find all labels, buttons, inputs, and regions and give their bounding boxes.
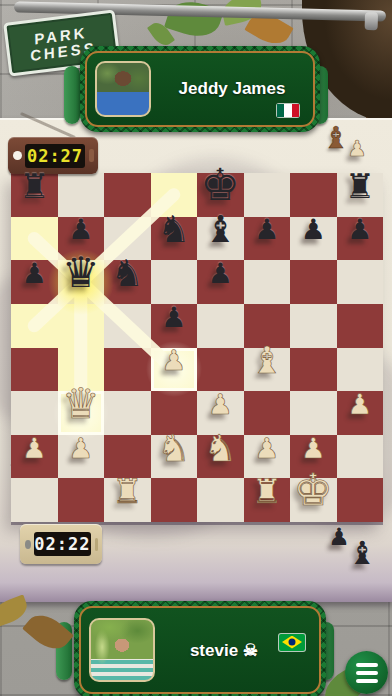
bottom-player-panel: stevie ☠ <box>79 606 321 694</box>
top-clock-time: 02:27 <box>27 146 83 166</box>
white-rook-f1[interactable]: ♜ <box>252 474 282 508</box>
square-e4[interactable] <box>197 348 244 392</box>
square-h2[interactable] <box>337 435 384 479</box>
bench-handle-left <box>64 66 80 124</box>
hamburger-icon <box>356 679 378 683</box>
captured-white-pawn: ♟ <box>347 138 367 160</box>
black-rook-h8[interactable]: ♜ <box>345 169 375 203</box>
bottom-player-avatar[interactable] <box>89 618 155 682</box>
white-pawn-a2[interactable]: ♟ <box>22 434 47 462</box>
black-rook-a8[interactable]: ♜ <box>19 169 49 203</box>
square-h5[interactable] <box>337 304 384 348</box>
flag-stripe <box>284 104 291 117</box>
square-b8[interactable] <box>58 173 105 217</box>
black-pawn-d5[interactable]: ♟ <box>161 303 186 331</box>
black-pawn-g7[interactable]: ♟ <box>301 216 326 244</box>
bottom-player-card[interactable]: stevie ☠ <box>74 601 326 696</box>
clock-lever <box>95 538 99 551</box>
chess-board[interactable]: ♜♚♜♟♞♝♟♟♟♟♛♞♟♟♟♝♛♟♟♟♟♞♞♟♟♜♜♚ <box>11 173 383 522</box>
black-pawn-b7[interactable]: ♟ <box>68 216 93 244</box>
hamburger-menu-button[interactable] <box>345 651 388 694</box>
square-h6[interactable] <box>337 260 384 304</box>
bottom-player-name: stevie ☠ <box>155 640 293 661</box>
mexico-flag-icon <box>277 104 299 117</box>
clock-screen: 02:22 <box>34 532 90 556</box>
white-pawn-g2[interactable]: ♟ <box>301 434 326 462</box>
square-c8[interactable] <box>104 173 151 217</box>
captured-white-bishop: ♝ <box>323 123 350 153</box>
square-c5[interactable] <box>104 304 151 348</box>
black-king-e8[interactable]: ♚ <box>201 163 240 207</box>
square-g8[interactable] <box>290 173 337 217</box>
flag-stripe <box>292 104 299 117</box>
square-h1[interactable] <box>337 478 384 522</box>
white-knight-e2[interactable]: ♞ <box>204 429 237 466</box>
square-h4[interactable] <box>337 348 384 392</box>
square-d6[interactable] <box>151 260 198 304</box>
top-player-panel: Jeddy James <box>85 51 315 127</box>
sign-pole-cap <box>365 12 378 30</box>
white-pawn-d4[interactable]: ♟ <box>161 347 186 375</box>
brazil-flag-icon <box>279 634 305 651</box>
captured-black-pawn: ♟ <box>328 525 350 549</box>
white-bishop-f4[interactable]: ♝ <box>250 342 283 379</box>
top-player-avatar[interactable] <box>95 61 151 117</box>
square-a7[interactable] <box>11 217 58 261</box>
bottom-player-clock: 02:22 <box>20 524 102 564</box>
white-pawn-b2[interactable]: ♟ <box>68 434 93 462</box>
white-knight-d2[interactable]: ♞ <box>157 429 190 466</box>
square-g3[interactable] <box>290 391 337 435</box>
top-player-name: Jeddy James <box>151 79 313 99</box>
square-b1[interactable] <box>58 478 105 522</box>
park-chess-app: PARK CHESS ♜♚♜♟♞♝♟♟♟♟♛♞♟♟♟♝♛♟♟♟♟♞♞♟♟♜♜♚ … <box>0 0 392 696</box>
white-pawn-f2[interactable]: ♟ <box>254 434 279 462</box>
black-knight-d7[interactable]: ♞ <box>157 211 190 248</box>
hamburger-icon <box>356 663 378 667</box>
square-g4[interactable] <box>290 348 337 392</box>
black-bishop-e7[interactable]: ♝ <box>204 211 237 248</box>
clock-button <box>13 151 22 160</box>
square-g5[interactable] <box>290 304 337 348</box>
square-b5[interactable] <box>58 304 105 348</box>
clock-lever <box>89 149 94 162</box>
black-pawn-f7[interactable]: ♟ <box>254 216 279 244</box>
square-e5[interactable] <box>197 304 244 348</box>
clock-button <box>25 540 31 549</box>
square-f8[interactable] <box>244 173 291 217</box>
black-pawn-a6[interactable]: ♟ <box>22 260 47 288</box>
clock-screen: 02:27 <box>25 144 85 168</box>
square-d1[interactable] <box>151 478 198 522</box>
square-c3[interactable] <box>104 391 151 435</box>
square-a3[interactable] <box>11 391 58 435</box>
white-king-g1[interactable]: ♚ <box>294 469 333 513</box>
black-pawn-h7[interactable]: ♟ <box>347 216 372 244</box>
square-a5[interactable] <box>11 304 58 348</box>
black-knight-c6[interactable]: ♞ <box>111 255 144 292</box>
white-pawn-h3[interactable]: ♟ <box>347 391 372 419</box>
hamburger-icon <box>356 671 378 675</box>
square-a4[interactable] <box>11 348 58 392</box>
square-c4[interactable] <box>104 348 151 392</box>
black-queen-b6[interactable]: ♛ <box>62 252 100 294</box>
bottom-clock-time: 02:22 <box>34 534 90 554</box>
white-queen-b3[interactable]: ♛ <box>62 383 100 425</box>
square-f6[interactable] <box>244 260 291 304</box>
square-e1[interactable] <box>197 478 244 522</box>
captured-black-bishop: ♝ <box>348 537 377 569</box>
square-g6[interactable] <box>290 260 337 304</box>
white-rook-c1[interactable]: ♜ <box>112 474 142 508</box>
white-pawn-e3[interactable]: ♟ <box>208 391 233 419</box>
square-f3[interactable] <box>244 391 291 435</box>
square-a1[interactable] <box>11 478 58 522</box>
black-pawn-e6[interactable]: ♟ <box>208 260 233 288</box>
top-player-card[interactable]: Jeddy James <box>80 46 320 132</box>
flag-stripe <box>277 104 284 117</box>
